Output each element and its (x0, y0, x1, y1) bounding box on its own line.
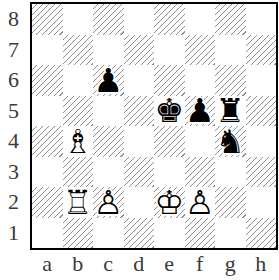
square-b8[interactable] (63, 4, 94, 35)
square-b5[interactable] (63, 96, 94, 127)
square-f3[interactable] (185, 157, 216, 188)
rank-label-7: 7 (0, 35, 27, 66)
piece-halo: ♝ (63, 126, 94, 157)
square-d6[interactable] (124, 65, 155, 96)
square-h8[interactable] (246, 4, 277, 35)
square-c3[interactable] (93, 157, 124, 188)
square-d7[interactable] (124, 35, 155, 66)
square-b3[interactable] (63, 157, 94, 188)
square-c2[interactable]: ♟♙ (93, 187, 124, 218)
square-h1[interactable] (246, 218, 277, 249)
white-pawn[interactable]: ♟♙ (93, 187, 124, 218)
square-h3[interactable] (246, 157, 277, 188)
black-king-glyph: ♚ (154, 96, 185, 127)
square-a1[interactable] (32, 218, 63, 249)
white-bishop-glyph: ♗ (63, 126, 94, 157)
rank-label-2: 2 (0, 187, 27, 218)
square-d4[interactable] (124, 126, 155, 157)
square-a7[interactable] (32, 35, 63, 66)
file-label-c: c (93, 250, 124, 278)
file-label-d: d (124, 250, 155, 278)
white-king-glyph: ♔ (154, 187, 185, 218)
square-b6[interactable] (63, 65, 94, 96)
square-e8[interactable] (154, 4, 185, 35)
file-labels: abcdefgh (32, 250, 276, 278)
square-c5[interactable] (93, 96, 124, 127)
square-a6[interactable] (32, 65, 63, 96)
black-rook-glyph: ♜ (215, 96, 246, 127)
square-d2[interactable] (124, 187, 155, 218)
square-c7[interactable] (93, 35, 124, 66)
square-h2[interactable] (246, 187, 277, 218)
white-rook[interactable]: ♜♖ (63, 187, 94, 218)
square-e4[interactable] (154, 126, 185, 157)
square-b2[interactable]: ♜♖ (63, 187, 94, 218)
file-label-h: h (246, 250, 277, 278)
chess-diagram: 87654321 ♟♟♚♚♟♟♜♜♝♗♞♞♜♖♟♙♚♔♟♙ abcdefgh (0, 0, 279, 280)
square-f7[interactable] (185, 35, 216, 66)
square-e3[interactable] (154, 157, 185, 188)
square-a5[interactable] (32, 96, 63, 127)
square-e7[interactable] (154, 35, 185, 66)
file-label-g: g (215, 250, 246, 278)
black-pawn[interactable]: ♟♟ (93, 65, 124, 96)
square-f6[interactable] (185, 65, 216, 96)
piece-halo: ♞ (215, 126, 246, 157)
piece-halo: ♜ (215, 96, 246, 127)
rank-label-3: 3 (0, 157, 27, 188)
white-pawn-glyph: ♙ (185, 187, 216, 218)
piece-halo: ♟ (93, 65, 124, 96)
square-h7[interactable] (246, 35, 277, 66)
black-pawn-glyph: ♟ (93, 65, 124, 96)
square-b7[interactable] (63, 35, 94, 66)
file-label-b: b (63, 250, 94, 278)
square-b1[interactable] (63, 218, 94, 249)
square-c6[interactable]: ♟♟ (93, 65, 124, 96)
black-rook[interactable]: ♜♜ (215, 96, 246, 127)
square-e5[interactable]: ♚♚ (154, 96, 185, 127)
square-a4[interactable] (32, 126, 63, 157)
black-king[interactable]: ♚♚ (154, 96, 185, 127)
square-c4[interactable] (93, 126, 124, 157)
square-e2[interactable]: ♚♔ (154, 187, 185, 218)
square-d3[interactable] (124, 157, 155, 188)
square-g4[interactable]: ♞♞ (215, 126, 246, 157)
rank-label-8: 8 (0, 4, 27, 35)
file-label-e: e (154, 250, 185, 278)
square-g1[interactable] (215, 218, 246, 249)
square-b4[interactable]: ♝♗ (63, 126, 94, 157)
white-bishop[interactable]: ♝♗ (63, 126, 94, 157)
square-g6[interactable] (215, 65, 246, 96)
square-e6[interactable] (154, 65, 185, 96)
white-rook-glyph: ♖ (63, 187, 94, 218)
piece-halo: ♜ (63, 187, 94, 218)
square-h4[interactable] (246, 126, 277, 157)
chess-board: ♟♟♚♚♟♟♜♜♝♗♞♞♜♖♟♙♚♔♟♙ (30, 2, 278, 250)
square-h5[interactable] (246, 96, 277, 127)
white-pawn-glyph: ♙ (93, 187, 124, 218)
square-a3[interactable] (32, 157, 63, 188)
black-pawn[interactable]: ♟♟ (185, 96, 216, 127)
rank-label-6: 6 (0, 65, 27, 96)
square-h6[interactable] (246, 65, 277, 96)
square-g7[interactable] (215, 35, 246, 66)
black-pawn-glyph: ♟ (185, 96, 216, 127)
square-c8[interactable] (93, 4, 124, 35)
square-f5[interactable]: ♟♟ (185, 96, 216, 127)
black-knight[interactable]: ♞♞ (215, 126, 246, 157)
square-g5[interactable]: ♜♜ (215, 96, 246, 127)
rank-label-1: 1 (0, 218, 27, 249)
square-f1[interactable] (185, 218, 216, 249)
rank-label-4: 4 (0, 126, 27, 157)
piece-halo: ♚ (154, 96, 185, 127)
square-f4[interactable] (185, 126, 216, 157)
square-d5[interactable] (124, 96, 155, 127)
square-c1[interactable] (93, 218, 124, 249)
rank-label-5: 5 (0, 96, 27, 127)
square-d8[interactable] (124, 4, 155, 35)
white-king[interactable]: ♚♔ (154, 187, 185, 218)
piece-halo: ♟ (93, 187, 124, 218)
square-g2[interactable] (215, 187, 246, 218)
square-a8[interactable] (32, 4, 63, 35)
piece-halo: ♟ (185, 187, 216, 218)
piece-halo: ♟ (185, 96, 216, 127)
square-d1[interactable] (124, 218, 155, 249)
file-label-f: f (185, 250, 216, 278)
square-g8[interactable] (215, 4, 246, 35)
piece-halo: ♚ (154, 187, 185, 218)
square-a2[interactable] (32, 187, 63, 218)
square-f2[interactable]: ♟♙ (185, 187, 216, 218)
square-e1[interactable] (154, 218, 185, 249)
square-f8[interactable] (185, 4, 216, 35)
black-knight-glyph: ♞ (215, 126, 246, 157)
rank-labels: 87654321 (0, 4, 27, 248)
file-label-a: a (32, 250, 63, 278)
white-pawn[interactable]: ♟♙ (185, 187, 216, 218)
square-g3[interactable] (215, 157, 246, 188)
